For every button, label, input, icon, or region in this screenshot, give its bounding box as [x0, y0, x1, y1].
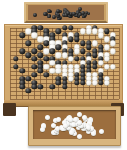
black-stone	[50, 48, 55, 53]
tray-black-stone	[47, 15, 51, 19]
white-stone	[86, 80, 91, 85]
white-stone	[38, 37, 43, 42]
black-stone	[13, 56, 18, 61]
drawer-white-stone	[69, 130, 74, 135]
white-stone	[104, 64, 109, 69]
grid-line-horizontal	[10, 95, 119, 96]
black-stone	[92, 64, 97, 69]
white-stone	[92, 29, 97, 34]
black-stone	[80, 80, 85, 85]
black-stone	[80, 41, 85, 46]
black-stone	[62, 25, 67, 30]
white-stone-drawer-interior	[33, 110, 116, 139]
black-stone	[19, 48, 24, 53]
black-stone	[19, 68, 24, 73]
black-stone	[25, 76, 30, 81]
black-stone	[68, 37, 73, 42]
drawer-white-stone	[77, 134, 82, 139]
black-stone	[32, 56, 37, 61]
white-stone	[44, 64, 49, 69]
black-stone	[92, 52, 97, 57]
white-stone	[104, 80, 109, 85]
drawer-white-stone	[45, 115, 50, 120]
drawer-white-stone	[77, 120, 82, 125]
white-stone	[110, 64, 115, 69]
black-stone	[38, 68, 43, 73]
black-stone-tray	[24, 2, 108, 23]
white-stone	[25, 29, 30, 34]
white-stone	[98, 33, 103, 38]
go-table-photo	[0, 0, 127, 150]
black-stone	[56, 80, 61, 85]
white-stone	[50, 68, 55, 73]
black-stone	[32, 72, 37, 77]
white-stone	[92, 80, 97, 85]
grid-line-vertical	[119, 28, 120, 99]
go-board	[4, 24, 123, 101]
drawer-white-stone	[63, 123, 68, 128]
white-stone	[50, 60, 55, 65]
white-stone	[98, 60, 103, 65]
black-stone	[38, 52, 43, 57]
tray-black-stone	[72, 12, 76, 16]
black-stone	[13, 64, 18, 69]
white-stone	[44, 48, 49, 53]
tray-black-stone	[43, 12, 47, 16]
white-stone	[86, 29, 91, 34]
black-stone	[32, 64, 37, 69]
white-stone	[32, 33, 37, 38]
white-stone	[110, 41, 115, 46]
black-stone	[44, 56, 49, 61]
black-stone	[56, 29, 61, 34]
black-stone	[62, 84, 67, 89]
board-grid	[5, 25, 122, 100]
black-stone	[104, 29, 109, 34]
black-stone	[38, 25, 43, 30]
black-stone	[86, 45, 91, 50]
tray-black-stone	[33, 13, 37, 17]
board-foot-left	[3, 103, 16, 116]
black-stone	[44, 72, 49, 77]
white-stone	[104, 37, 109, 42]
black-stone	[98, 80, 103, 85]
black-stone	[38, 45, 43, 50]
black-stone	[44, 41, 49, 46]
white-stone	[56, 68, 61, 73]
drawer-white-stone	[91, 131, 96, 136]
white-stone-drawer	[28, 106, 121, 146]
black-stone	[74, 37, 79, 42]
black-stone	[74, 56, 79, 61]
tray-black-stone	[66, 11, 70, 15]
white-stone	[104, 56, 109, 61]
black-stone-tray-interior	[28, 5, 104, 20]
black-stone	[19, 84, 24, 89]
black-stone	[25, 41, 30, 46]
white-stone	[110, 48, 115, 53]
black-stone	[56, 45, 61, 50]
white-stone	[80, 29, 85, 34]
black-stone	[25, 88, 30, 93]
black-stone	[50, 84, 55, 89]
white-stone	[56, 52, 61, 57]
tray-black-stone	[56, 9, 60, 13]
black-stone	[74, 80, 79, 85]
black-stone	[32, 84, 37, 89]
white-stone	[74, 48, 79, 53]
drawer-white-stone	[55, 126, 60, 131]
black-stone	[38, 84, 43, 89]
white-stone	[62, 52, 67, 57]
black-stone	[80, 48, 85, 53]
black-stone	[68, 25, 73, 30]
white-stone	[92, 41, 97, 46]
drawer-white-stone	[99, 129, 104, 134]
white-stone	[68, 56, 73, 61]
black-stone	[19, 33, 24, 38]
black-stone	[32, 48, 37, 53]
white-stone	[68, 76, 73, 81]
drawer-white-stone	[40, 127, 45, 132]
black-stone	[25, 52, 30, 57]
drawer-white-stone	[56, 117, 61, 122]
white-stone	[104, 45, 109, 50]
